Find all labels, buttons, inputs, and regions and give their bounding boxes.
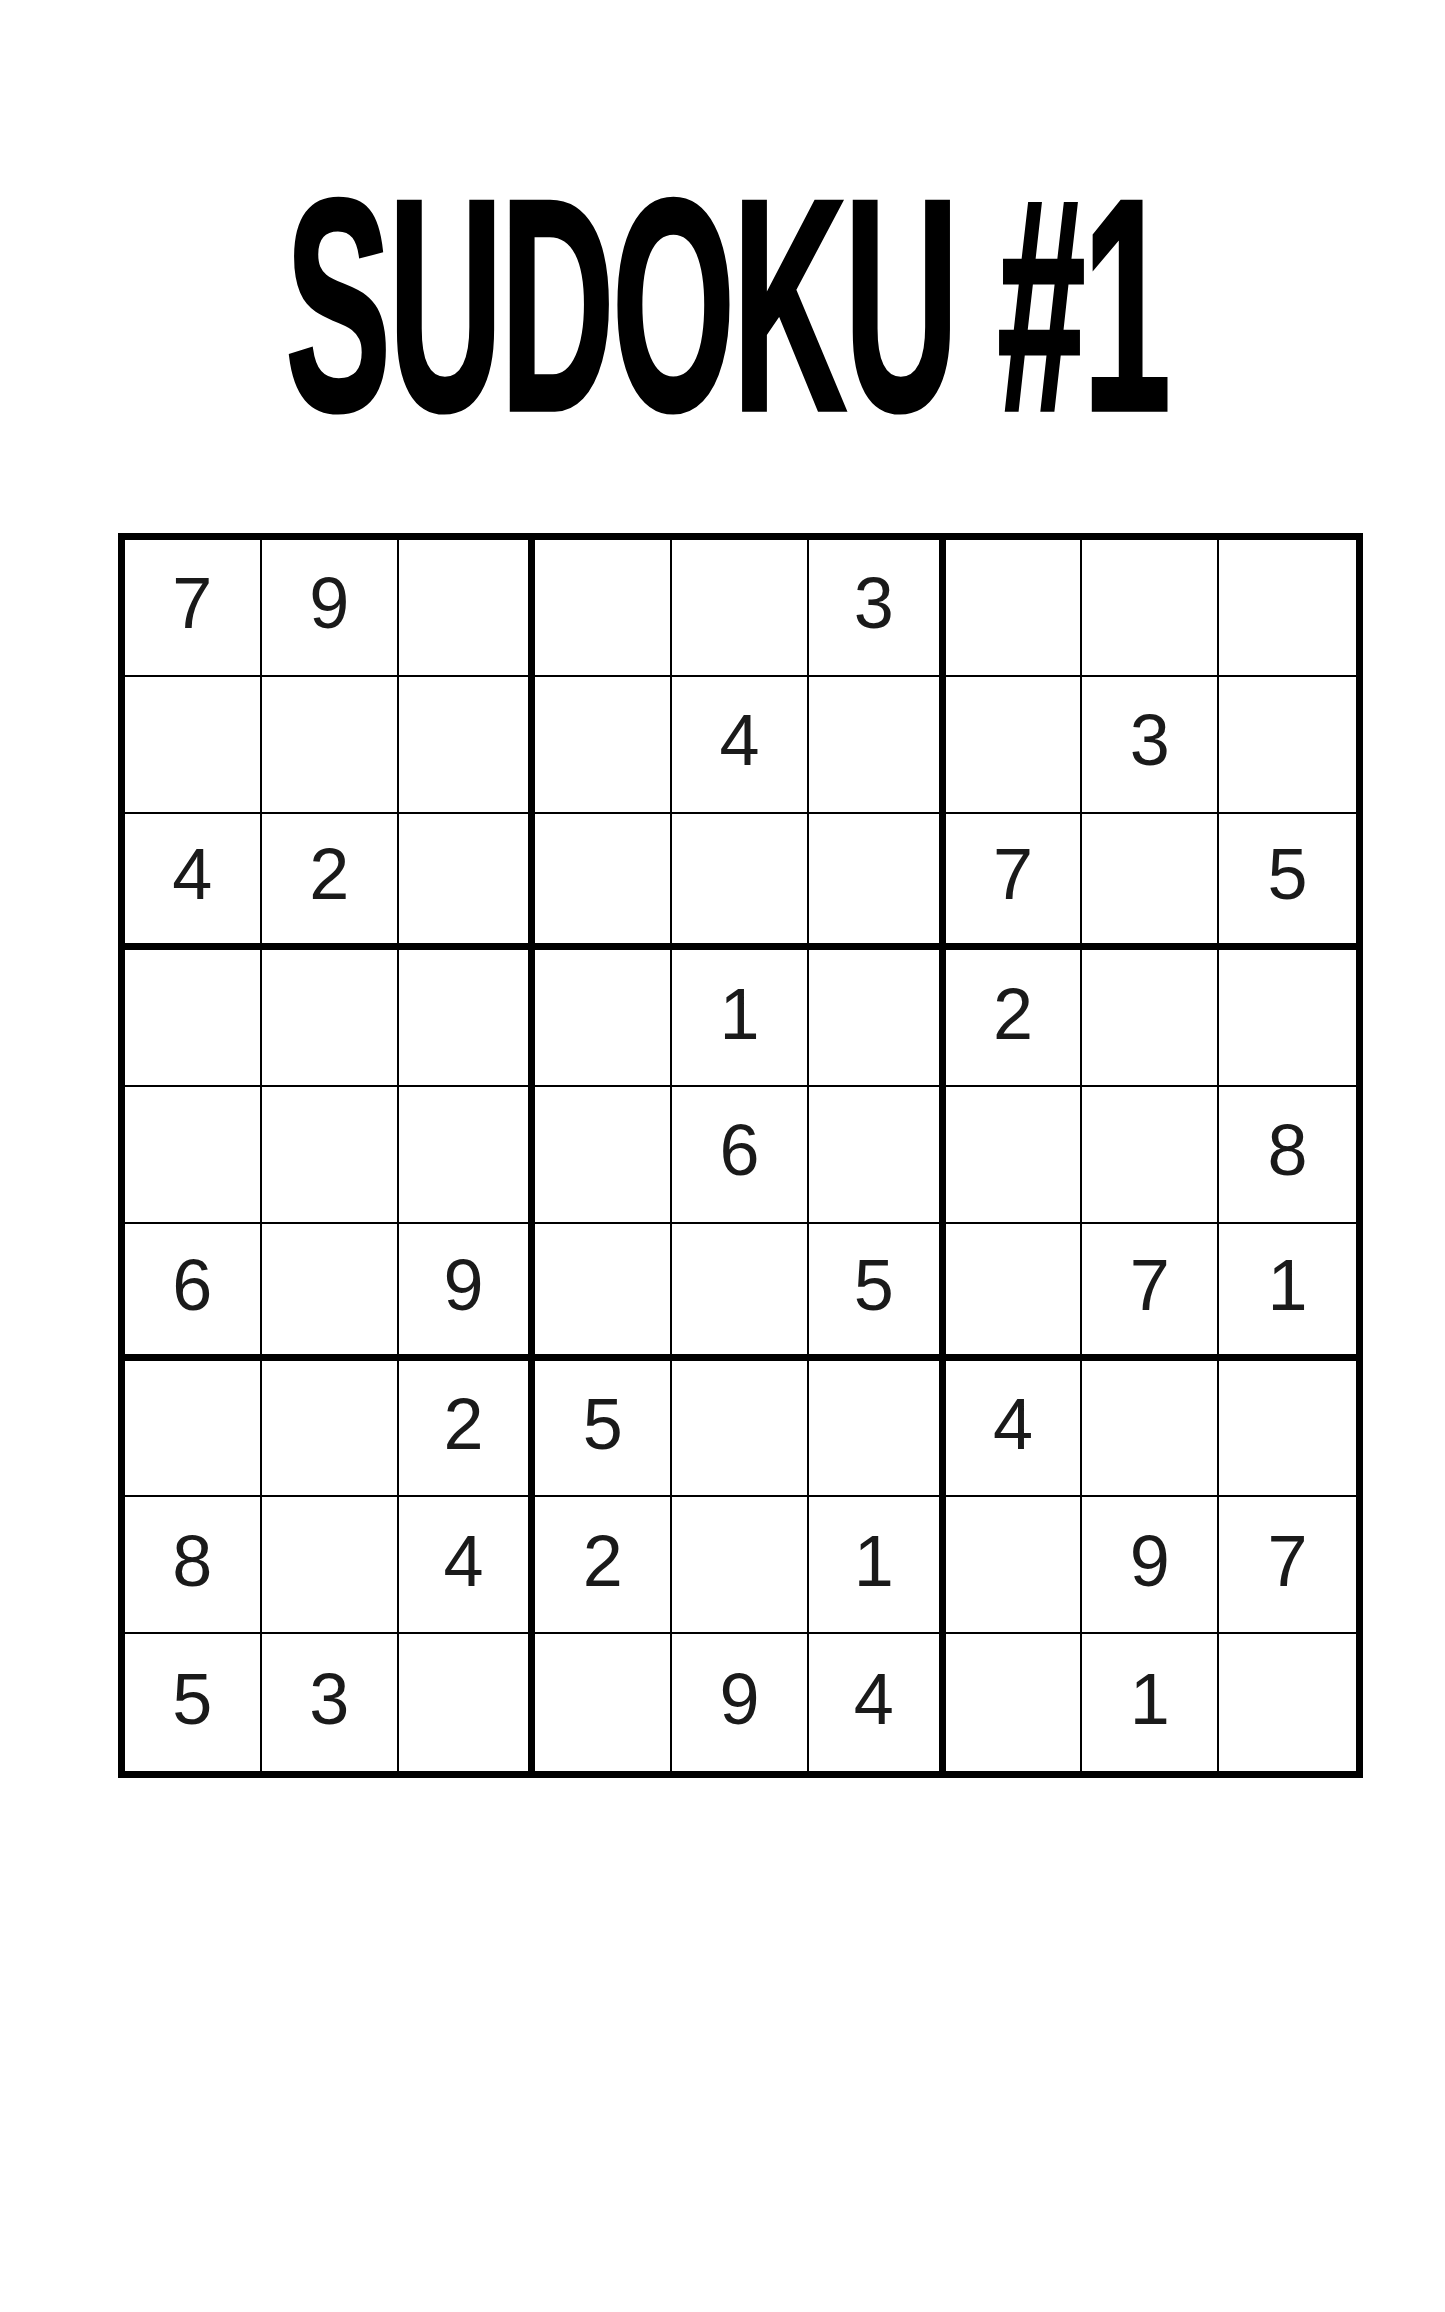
cell-r3c1: 4 <box>125 814 262 951</box>
cell-r4c6 <box>809 950 946 1087</box>
cell-r9c9 <box>1219 1634 1356 1771</box>
cell-r8c9: 7 <box>1219 1497 1356 1634</box>
cell-r8c4: 2 <box>535 1497 672 1634</box>
cell-r2c9 <box>1219 677 1356 814</box>
cell-r4c8 <box>1082 950 1219 1087</box>
cell-r7c4: 5 <box>535 1361 672 1498</box>
cell-r6c9: 1 <box>1219 1224 1356 1361</box>
cell-r3c6 <box>809 814 946 951</box>
cell-r7c7: 4 <box>946 1361 1083 1498</box>
cell-r1c5 <box>672 540 809 677</box>
cell-r3c5 <box>672 814 809 951</box>
cell-r9c4 <box>535 1634 672 1771</box>
cell-r4c4 <box>535 950 672 1087</box>
cell-r3c4 <box>535 814 672 951</box>
cell-r5c2 <box>262 1087 399 1224</box>
cell-r1c3 <box>399 540 536 677</box>
cell-r4c5: 1 <box>672 950 809 1087</box>
cell-r3c3 <box>399 814 536 951</box>
cell-r8c1: 8 <box>125 1497 262 1634</box>
cell-r2c8: 3 <box>1082 677 1219 814</box>
cell-r6c7 <box>946 1224 1083 1361</box>
cell-r7c2 <box>262 1361 399 1498</box>
cell-r5c1 <box>125 1087 262 1224</box>
cell-r7c9 <box>1219 1361 1356 1498</box>
cell-r6c4 <box>535 1224 672 1361</box>
cell-r5c9: 8 <box>1219 1087 1356 1224</box>
cell-r5c6 <box>809 1087 946 1224</box>
cell-r6c1: 6 <box>125 1224 262 1361</box>
cell-r4c7: 2 <box>946 950 1083 1087</box>
cell-r8c3: 4 <box>399 1497 536 1634</box>
cell-r1c4 <box>535 540 672 677</box>
cell-r4c1 <box>125 950 262 1087</box>
cell-r7c5 <box>672 1361 809 1498</box>
cell-r5c7 <box>946 1087 1083 1224</box>
cell-r6c5 <box>672 1224 809 1361</box>
cell-r9c2: 3 <box>262 1634 399 1771</box>
cell-r8c2 <box>262 1497 399 1634</box>
cell-r8c5 <box>672 1497 809 1634</box>
cell-r3c9: 5 <box>1219 814 1356 951</box>
cell-r2c7 <box>946 677 1083 814</box>
cell-r7c8 <box>1082 1361 1219 1498</box>
cell-r2c1 <box>125 677 262 814</box>
cell-r1c1: 7 <box>125 540 262 677</box>
cell-r2c5: 4 <box>672 677 809 814</box>
cell-r4c2 <box>262 950 399 1087</box>
cell-r9c1: 5 <box>125 1634 262 1771</box>
cell-r2c4 <box>535 677 672 814</box>
cell-r2c6 <box>809 677 946 814</box>
cell-r5c3 <box>399 1087 536 1224</box>
cell-r5c8 <box>1082 1087 1219 1224</box>
cell-r7c3: 2 <box>399 1361 536 1498</box>
cell-r1c8 <box>1082 540 1219 677</box>
cell-r7c1 <box>125 1361 262 1498</box>
cell-r4c3 <box>399 950 536 1087</box>
cell-r6c2 <box>262 1224 399 1361</box>
cell-r3c7: 7 <box>946 814 1083 951</box>
cell-r9c8: 1 <box>1082 1634 1219 1771</box>
sudoku-board: 79343427512686957125484219753941 <box>118 533 1363 1778</box>
cell-r3c8 <box>1082 814 1219 951</box>
cell-r1c9 <box>1219 540 1356 677</box>
cell-r6c3: 9 <box>399 1224 536 1361</box>
cell-r6c6: 5 <box>809 1224 946 1361</box>
cell-r8c8: 9 <box>1082 1497 1219 1634</box>
cell-r9c6: 4 <box>809 1634 946 1771</box>
cell-r2c2 <box>262 677 399 814</box>
cell-r1c7 <box>946 540 1083 677</box>
cell-r9c3 <box>399 1634 536 1771</box>
cell-r5c4 <box>535 1087 672 1224</box>
cell-r7c6 <box>809 1361 946 1498</box>
cell-r8c7 <box>946 1497 1083 1634</box>
cell-r2c3 <box>399 677 536 814</box>
cell-r1c6: 3 <box>809 540 946 677</box>
cell-r5c5: 6 <box>672 1087 809 1224</box>
cell-r9c5: 9 <box>672 1634 809 1771</box>
cell-r6c8: 7 <box>1082 1224 1219 1361</box>
cell-r3c2: 2 <box>262 814 399 951</box>
cell-r1c2: 9 <box>262 540 399 677</box>
cell-r8c6: 1 <box>809 1497 946 1634</box>
cell-r9c7 <box>946 1634 1083 1771</box>
page-title-text: SUDOKU #1 <box>285 154 1168 456</box>
page-title: SUDOKU #1 <box>8 154 1445 394</box>
cell-r4c9 <box>1219 950 1356 1087</box>
